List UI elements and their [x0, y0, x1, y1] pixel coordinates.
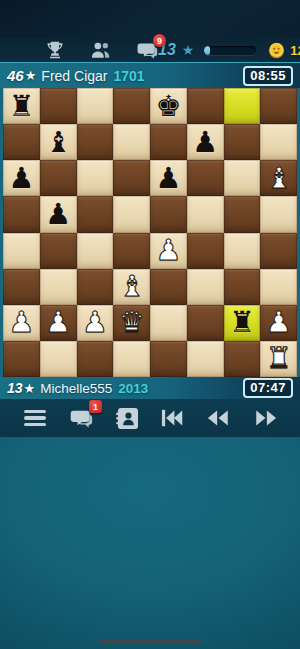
level-progress-fill	[204, 46, 209, 55]
background-area	[0, 437, 300, 649]
square-h4[interactable]	[260, 233, 297, 269]
player-name: Michelle555	[40, 381, 112, 396]
square-f3[interactable]	[187, 269, 224, 305]
white-pawn: ♟	[45, 308, 71, 337]
square-h1[interactable]: ♜	[260, 341, 297, 377]
square-c5[interactable]	[77, 196, 114, 232]
level-star-icon: ★	[182, 42, 195, 58]
square-f2[interactable]	[187, 305, 224, 341]
coins-button[interactable]	[268, 40, 285, 60]
player-rating: 2013	[118, 381, 148, 396]
black-pawn: ♟	[155, 164, 181, 193]
square-g3[interactable]	[224, 269, 261, 305]
square-f6[interactable]	[187, 160, 224, 196]
square-e1[interactable]	[150, 341, 187, 377]
square-a7[interactable]	[3, 124, 40, 160]
square-c1[interactable]	[77, 341, 114, 377]
square-d3[interactable]: ♝	[113, 269, 150, 305]
square-f7[interactable]: ♟	[187, 124, 224, 160]
home-indicator[interactable]	[98, 639, 202, 644]
game-toolbar: 1	[0, 399, 300, 437]
white-bishop: ♝	[266, 164, 292, 193]
player-clock: 07:47	[243, 378, 293, 398]
white-pawn: ♟	[82, 308, 108, 337]
square-b5[interactable]: ♟	[40, 196, 77, 232]
hamburger-menu-icon	[24, 410, 46, 427]
square-e4[interactable]: ♟	[150, 233, 187, 269]
square-c8[interactable]	[77, 88, 114, 124]
menu-button[interactable]	[22, 406, 48, 430]
black-rook: ♜	[8, 92, 34, 121]
white-pawn: ♟	[155, 236, 181, 265]
skip-to-start-icon	[161, 409, 185, 427]
square-e3[interactable]	[150, 269, 187, 305]
opponent-star-icon: ★	[25, 68, 37, 83]
address-book-icon	[116, 407, 139, 430]
top-chat-button[interactable]: 9	[136, 40, 158, 60]
trophy-icon	[45, 40, 65, 60]
square-a8[interactable]: ♜	[3, 88, 40, 124]
square-h6[interactable]: ♝	[260, 160, 297, 196]
square-f5[interactable]	[187, 196, 224, 232]
square-b3[interactable]	[40, 269, 77, 305]
square-e2[interactable]	[150, 305, 187, 341]
skip-to-start-button[interactable]	[160, 406, 186, 430]
square-c6[interactable]	[77, 160, 114, 196]
square-a6[interactable]: ♟	[3, 160, 40, 196]
fast-backward-icon	[207, 409, 231, 427]
square-g8[interactable]	[224, 88, 261, 124]
square-e8[interactable]: ♚	[150, 88, 187, 124]
square-g7[interactable]	[224, 124, 261, 160]
square-h3[interactable]	[260, 269, 297, 305]
square-a2[interactable]: ♟	[3, 305, 40, 341]
square-b1[interactable]	[40, 341, 77, 377]
chat-unread-badge: 9	[153, 34, 166, 47]
move-back-button[interactable]	[206, 406, 232, 430]
square-g5[interactable]	[224, 196, 261, 232]
square-e7[interactable]	[150, 124, 187, 160]
square-h7[interactable]	[260, 124, 297, 160]
square-d5[interactable]	[113, 196, 150, 232]
contacts-button[interactable]	[114, 406, 140, 430]
black-pawn: ♟	[45, 200, 71, 229]
black-bishop: ♝	[45, 128, 71, 157]
square-d7[interactable]	[113, 124, 150, 160]
square-e6[interactable]: ♟	[150, 160, 187, 196]
square-c7[interactable]	[77, 124, 114, 160]
chess-app-screen: 9 13★ 122 46 ★ Fred Cigar	[0, 0, 300, 649]
square-h8[interactable]	[260, 88, 297, 124]
square-e5[interactable]	[150, 196, 187, 232]
square-b4[interactable]	[40, 233, 77, 269]
player-bar: 13 ★ Michelle555 2013 07:47	[0, 377, 300, 399]
white-rook: ♜	[266, 344, 292, 373]
square-d6[interactable]	[113, 160, 150, 196]
square-a3[interactable]	[3, 269, 40, 305]
friends-button[interactable]	[90, 40, 112, 60]
square-d8[interactable]	[113, 88, 150, 124]
square-a1[interactable]	[3, 341, 40, 377]
square-g6[interactable]	[224, 160, 261, 196]
square-c3[interactable]	[77, 269, 114, 305]
opponent-level: 46	[7, 67, 24, 84]
square-c2[interactable]: ♟	[77, 305, 114, 341]
square-g4[interactable]	[224, 233, 261, 269]
trophy-button[interactable]	[44, 40, 66, 60]
square-c4[interactable]	[77, 233, 114, 269]
square-f4[interactable]	[187, 233, 224, 269]
square-d1[interactable]	[113, 341, 150, 377]
square-d4[interactable]	[113, 233, 150, 269]
white-bishop: ♝	[119, 272, 145, 301]
status-bar	[0, 0, 300, 38]
square-b2[interactable]: ♟	[40, 305, 77, 341]
fast-forward-icon	[253, 409, 277, 427]
black-rook: ♜	[229, 308, 255, 337]
square-b8[interactable]	[40, 88, 77, 124]
game-chat-button[interactable]: 1	[68, 406, 94, 430]
move-forward-button[interactable]	[252, 406, 278, 430]
white-pawn: ♟	[8, 308, 34, 337]
square-f8[interactable]	[187, 88, 224, 124]
game-chat-badge: 1	[89, 400, 102, 413]
coins-amount: 122	[290, 43, 300, 58]
square-a5[interactable]	[3, 196, 40, 232]
white-queen: ♛	[119, 308, 145, 337]
black-pawn: ♟	[192, 128, 218, 157]
black-pawn: ♟	[8, 164, 34, 193]
square-g1[interactable]	[224, 341, 261, 377]
square-b7[interactable]: ♝	[40, 124, 77, 160]
level-progress-bar	[204, 46, 256, 55]
friends-icon	[90, 41, 112, 59]
square-g2[interactable]: ♜	[224, 305, 261, 341]
top-icon-bar: 9 13★ 122	[0, 38, 300, 62]
square-a4[interactable]	[3, 233, 40, 269]
player-star-icon: ★	[24, 381, 36, 396]
opponent-name: Fred Cigar	[41, 68, 107, 84]
chess-board: ♜♚♝♟♟♟♝♟♟♝♟♟♟♛♜♟♜	[0, 88, 300, 377]
coin-icon	[268, 42, 285, 59]
player-level: 13	[7, 380, 23, 396]
opponent-clock: 08:55	[243, 66, 293, 86]
square-h2[interactable]: ♟	[260, 305, 297, 341]
square-d2[interactable]: ♛	[113, 305, 150, 341]
square-b6[interactable]	[40, 160, 77, 196]
square-h5[interactable]	[260, 196, 297, 232]
square-f1[interactable]	[187, 341, 224, 377]
opponent-rating: 1701	[113, 68, 144, 84]
white-pawn: ♟	[266, 308, 292, 337]
black-king: ♚	[155, 92, 181, 121]
opponent-bar: 46 ★ Fred Cigar 1701 08:55	[0, 62, 300, 88]
